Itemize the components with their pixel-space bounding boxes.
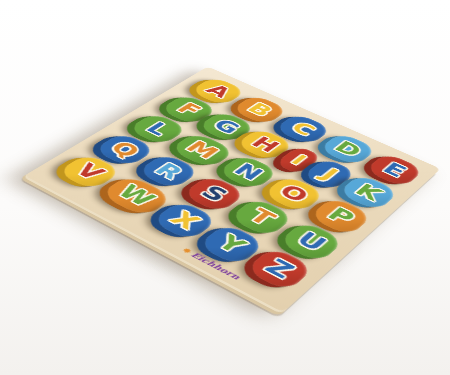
puzzle-board: ABCDEFGHIJKLMNOPQRSTUVWXYZ ✸ Eichhorn bbox=[25, 67, 441, 313]
product-photo-canvas: ABCDEFGHIJKLMNOPQRSTUVWXYZ ✸ Eichhorn bbox=[0, 0, 450, 375]
puzzle-board-wrapper: ABCDEFGHIJKLMNOPQRSTUVWXYZ ✸ Eichhorn bbox=[73, 5, 407, 339]
